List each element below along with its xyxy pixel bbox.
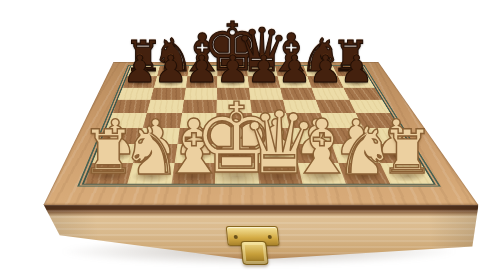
chess-set-photo: ♜♞♝♚♛♝♞♜♟♟♟♟♟♟♟♟♟♟♟♟♟♟♟♟♜♞♝♚♛♝♞♜: [0, 0, 500, 274]
pieces-layer: ♜♞♝♚♛♝♞♜♟♟♟♟♟♟♟♟♟♟♟♟♟♟♟♟♜♞♝♚♛♝♞♜: [0, 0, 500, 274]
